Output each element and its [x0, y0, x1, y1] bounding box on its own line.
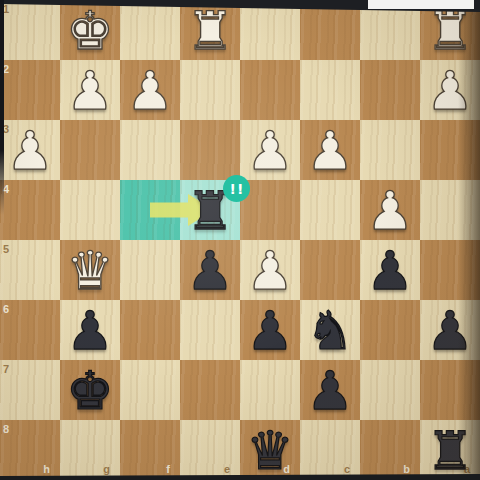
square-d2[interactable] — [240, 60, 300, 120]
file-label-h: h — [43, 463, 50, 475]
square-e2[interactable] — [180, 60, 240, 120]
ui-panel-fragment — [368, 0, 474, 9]
square-f4[interactable] — [120, 180, 180, 240]
square-d1[interactable] — [240, 0, 300, 60]
square-f6[interactable] — [120, 300, 180, 360]
square-e8[interactable]: e — [180, 420, 240, 480]
square-h4[interactable]: 4 — [0, 180, 60, 240]
square-f8[interactable]: f — [120, 420, 180, 480]
screen-bezel-left — [0, 0, 4, 215]
piece-black-pawn-c7[interactable]: ♟ — [300, 360, 360, 420]
piece-black-pawn-b5[interactable]: ♟ — [360, 240, 420, 300]
square-b8[interactable]: b — [360, 420, 420, 480]
piece-black-pawn-a6[interactable]: ♟ — [420, 300, 480, 360]
square-h5[interactable]: 5 — [0, 240, 60, 300]
square-h8[interactable]: 8h — [0, 420, 60, 480]
square-c5[interactable] — [300, 240, 360, 300]
piece-white-queen-g5[interactable]: ♛ — [60, 240, 120, 300]
square-b2[interactable] — [360, 60, 420, 120]
square-b7[interactable] — [360, 360, 420, 420]
piece-white-pawn-f2[interactable]: ♟ — [120, 60, 180, 120]
square-f7[interactable] — [120, 360, 180, 420]
piece-white-rook-e1[interactable]: ♜ — [180, 0, 240, 60]
brilliant-move-badge: !! — [223, 175, 250, 202]
file-label-f: f — [166, 463, 170, 475]
square-e7[interactable] — [180, 360, 240, 420]
chessboard-photo: 12345678hgfedcba ♚♜♜♟♟♟♟♟♟♟♜♛♟♟♟♟♟♞♟♚♟♛♜… — [0, 0, 480, 480]
piece-black-king-g7[interactable]: ♚ — [60, 360, 120, 420]
piece-black-rook-a8[interactable]: ♜ — [420, 420, 480, 480]
piece-white-pawn-d3[interactable]: ♟ — [240, 120, 300, 180]
square-a3[interactable] — [420, 120, 480, 180]
square-h6[interactable]: 6 — [0, 300, 60, 360]
piece-white-pawn-g2[interactable]: ♟ — [60, 60, 120, 120]
square-f3[interactable] — [120, 120, 180, 180]
piece-white-pawn-c3[interactable]: ♟ — [300, 120, 360, 180]
square-a7[interactable] — [420, 360, 480, 420]
piece-black-pawn-e5[interactable]: ♟ — [180, 240, 240, 300]
square-h2[interactable]: 2 — [0, 60, 60, 120]
piece-white-pawn-h3[interactable]: ♟ — [0, 120, 60, 180]
square-h7[interactable]: 7 — [0, 360, 60, 420]
square-a5[interactable] — [420, 240, 480, 300]
piece-black-pawn-d6[interactable]: ♟ — [240, 300, 300, 360]
square-f5[interactable] — [120, 240, 180, 300]
square-g3[interactable] — [60, 120, 120, 180]
piece-white-king-g1[interactable]: ♚ — [60, 0, 120, 60]
file-label-c: c — [344, 463, 350, 475]
square-d7[interactable] — [240, 360, 300, 420]
rank-label-8: 8 — [3, 423, 9, 435]
square-c8[interactable]: c — [300, 420, 360, 480]
square-e3[interactable] — [180, 120, 240, 180]
piece-black-pawn-g6[interactable]: ♟ — [60, 300, 120, 360]
file-label-g: g — [103, 463, 110, 475]
square-b3[interactable] — [360, 120, 420, 180]
rank-label-5: 5 — [3, 243, 9, 255]
square-h1[interactable]: 1 — [0, 0, 60, 60]
file-label-b: b — [403, 463, 410, 475]
square-e6[interactable] — [180, 300, 240, 360]
piece-black-knight-c6[interactable]: ♞ — [300, 300, 360, 360]
square-g8[interactable]: g — [60, 420, 120, 480]
file-label-e: e — [224, 463, 230, 475]
rank-label-6: 6 — [3, 303, 9, 315]
rank-label-7: 7 — [3, 363, 9, 375]
square-f1[interactable] — [120, 0, 180, 60]
piece-white-pawn-d5[interactable]: ♟ — [240, 240, 300, 300]
piece-white-pawn-a2[interactable]: ♟ — [420, 60, 480, 120]
square-a4[interactable] — [420, 180, 480, 240]
square-g4[interactable] — [60, 180, 120, 240]
square-c4[interactable] — [300, 180, 360, 240]
piece-white-pawn-b4[interactable]: ♟ — [360, 180, 420, 240]
piece-black-queen-d8[interactable]: ♛ — [240, 420, 300, 480]
square-c2[interactable] — [300, 60, 360, 120]
square-b6[interactable] — [360, 300, 420, 360]
